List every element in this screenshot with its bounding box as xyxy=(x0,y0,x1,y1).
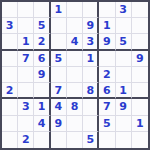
cell-r3c4[interactable] xyxy=(51,34,67,50)
cell-r1c7[interactable] xyxy=(99,2,115,18)
cell-r7c4[interactable]: 4 xyxy=(51,99,67,115)
cell-r9c9[interactable] xyxy=(132,132,148,148)
cell-r2c4[interactable] xyxy=(51,18,67,34)
cell-r8c3[interactable]: 4 xyxy=(34,116,50,132)
cell-r4c4[interactable]: 5 xyxy=(51,51,67,67)
cell-r9c7[interactable] xyxy=(99,132,115,148)
cell-r9c2[interactable]: 2 xyxy=(18,132,34,148)
cell-r2c7[interactable]: 1 xyxy=(99,18,115,34)
cell-r7c6[interactable] xyxy=(83,99,99,115)
cell-r2c9[interactable] xyxy=(132,18,148,34)
cell-r3c1[interactable] xyxy=(2,34,18,50)
cell-r8c5[interactable] xyxy=(67,116,83,132)
cell-r4c7[interactable] xyxy=(99,51,115,67)
cell-r2c6[interactable]: 9 xyxy=(83,18,99,34)
cell-r6c1[interactable]: 2 xyxy=(2,83,18,99)
cell-r1c6[interactable] xyxy=(83,2,99,18)
cell-r1c2[interactable] xyxy=(18,2,34,18)
cell-r5c2[interactable] xyxy=(18,67,34,83)
cell-r3c9[interactable] xyxy=(132,34,148,50)
cell-r2c2[interactable] xyxy=(18,18,34,34)
cell-r4c2[interactable]: 7 xyxy=(18,51,34,67)
cell-r8c8[interactable] xyxy=(116,116,132,132)
cell-r9c5[interactable] xyxy=(67,132,83,148)
cell-r9c8[interactable] xyxy=(116,132,132,148)
cell-r6c4[interactable]: 7 xyxy=(51,83,67,99)
cell-r7c3[interactable]: 1 xyxy=(34,99,50,115)
cell-r1c4[interactable]: 1 xyxy=(51,2,67,18)
cell-r7c5[interactable]: 8 xyxy=(67,99,83,115)
cell-r8c9[interactable]: 1 xyxy=(132,116,148,132)
cell-r3c7[interactable]: 9 xyxy=(99,34,115,50)
cell-r4c6[interactable]: 1 xyxy=(83,51,99,67)
cell-r9c3[interactable] xyxy=(34,132,50,148)
cell-r7c7[interactable]: 7 xyxy=(99,99,115,115)
cell-r6c8[interactable]: 1 xyxy=(116,83,132,99)
cell-r8c1[interactable] xyxy=(2,116,18,132)
cell-r4c5[interactable] xyxy=(67,51,83,67)
cell-r2c1[interactable]: 3 xyxy=(2,18,18,34)
cell-r9c6[interactable]: 5 xyxy=(83,132,99,148)
sudoku-board: 133591124395765199227861314879495125 xyxy=(0,0,150,150)
cell-r9c1[interactable] xyxy=(2,132,18,148)
cell-r8c7[interactable]: 5 xyxy=(99,116,115,132)
cell-r3c2[interactable]: 1 xyxy=(18,34,34,50)
cell-r8c2[interactable] xyxy=(18,116,34,132)
cell-r2c5[interactable] xyxy=(67,18,83,34)
cell-r1c1[interactable] xyxy=(2,2,18,18)
cell-r6c9[interactable] xyxy=(132,83,148,99)
cell-r6c7[interactable]: 6 xyxy=(99,83,115,99)
cell-r2c3[interactable]: 5 xyxy=(34,18,50,34)
cell-r6c5[interactable] xyxy=(67,83,83,99)
cell-r1c5[interactable] xyxy=(67,2,83,18)
cell-r1c9[interactable] xyxy=(132,2,148,18)
cell-r6c2[interactable] xyxy=(18,83,34,99)
cell-r5c1[interactable] xyxy=(2,67,18,83)
cell-r8c6[interactable] xyxy=(83,116,99,132)
cell-r5c4[interactable] xyxy=(51,67,67,83)
cell-r5c7[interactable]: 2 xyxy=(99,67,115,83)
cell-r3c3[interactable]: 2 xyxy=(34,34,50,50)
cell-r5c3[interactable]: 9 xyxy=(34,67,50,83)
cell-r3c8[interactable]: 5 xyxy=(116,34,132,50)
cell-r4c9[interactable]: 9 xyxy=(132,51,148,67)
cell-r7c8[interactable]: 9 xyxy=(116,99,132,115)
cell-r4c1[interactable] xyxy=(2,51,18,67)
cell-r7c2[interactable]: 3 xyxy=(18,99,34,115)
cell-r4c3[interactable]: 6 xyxy=(34,51,50,67)
cell-r6c6[interactable]: 8 xyxy=(83,83,99,99)
cell-r5c5[interactable] xyxy=(67,67,83,83)
cell-r5c6[interactable] xyxy=(83,67,99,83)
cell-r8c4[interactable]: 9 xyxy=(51,116,67,132)
cell-r1c8[interactable]: 3 xyxy=(116,2,132,18)
cell-r4c8[interactable] xyxy=(116,51,132,67)
cell-r7c1[interactable] xyxy=(2,99,18,115)
cell-r5c8[interactable] xyxy=(116,67,132,83)
cell-r3c6[interactable]: 3 xyxy=(83,34,99,50)
cell-r2c8[interactable] xyxy=(116,18,132,34)
cell-r5c9[interactable] xyxy=(132,67,148,83)
cell-r7c9[interactable] xyxy=(132,99,148,115)
cell-r1c3[interactable] xyxy=(34,2,50,18)
cell-r6c3[interactable] xyxy=(34,83,50,99)
cell-r9c4[interactable] xyxy=(51,132,67,148)
cell-r3c5[interactable]: 4 xyxy=(67,34,83,50)
